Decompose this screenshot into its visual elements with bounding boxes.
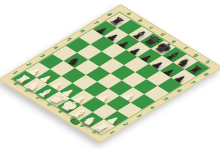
rank-label-right-7: 7 [189, 80, 197, 85]
rank-label-right-4: 4 [148, 105, 156, 110]
file-label-top-b: b [137, 18, 145, 23]
rank-label-right-3: 3 [135, 114, 143, 119]
file-label-top-a: a [126, 11, 134, 16]
file-label-top-f: f [182, 46, 189, 50]
file-label-top-g: g [193, 53, 201, 58]
rank-label-right-2: 2 [121, 122, 129, 127]
chess-set-photo: aabbccddeeffgghh1122334455667788 ♜♝♛♚♝♞♜… [0, 0, 220, 149]
file-label-top-h: h [204, 60, 212, 65]
rank-label-right-8: 8 [202, 72, 210, 77]
board-grid: ♜♝♛♚♝♞♜♟♟♟♟♟♟♟♟♞♟♟♟♟♟♟♟♟♜♞♝♛♚♝♞♜ [12, 13, 209, 135]
rank-label-right-5: 5 [162, 97, 170, 102]
vinyl-chess-board: aabbccddeeffgghh1122334455667788 ♜♝♛♚♝♞♜… [0, 4, 220, 143]
file-label-top-c: c [148, 25, 155, 29]
rank-label-right-6: 6 [175, 89, 183, 94]
rank-label-right-1: 1 [108, 130, 116, 135]
